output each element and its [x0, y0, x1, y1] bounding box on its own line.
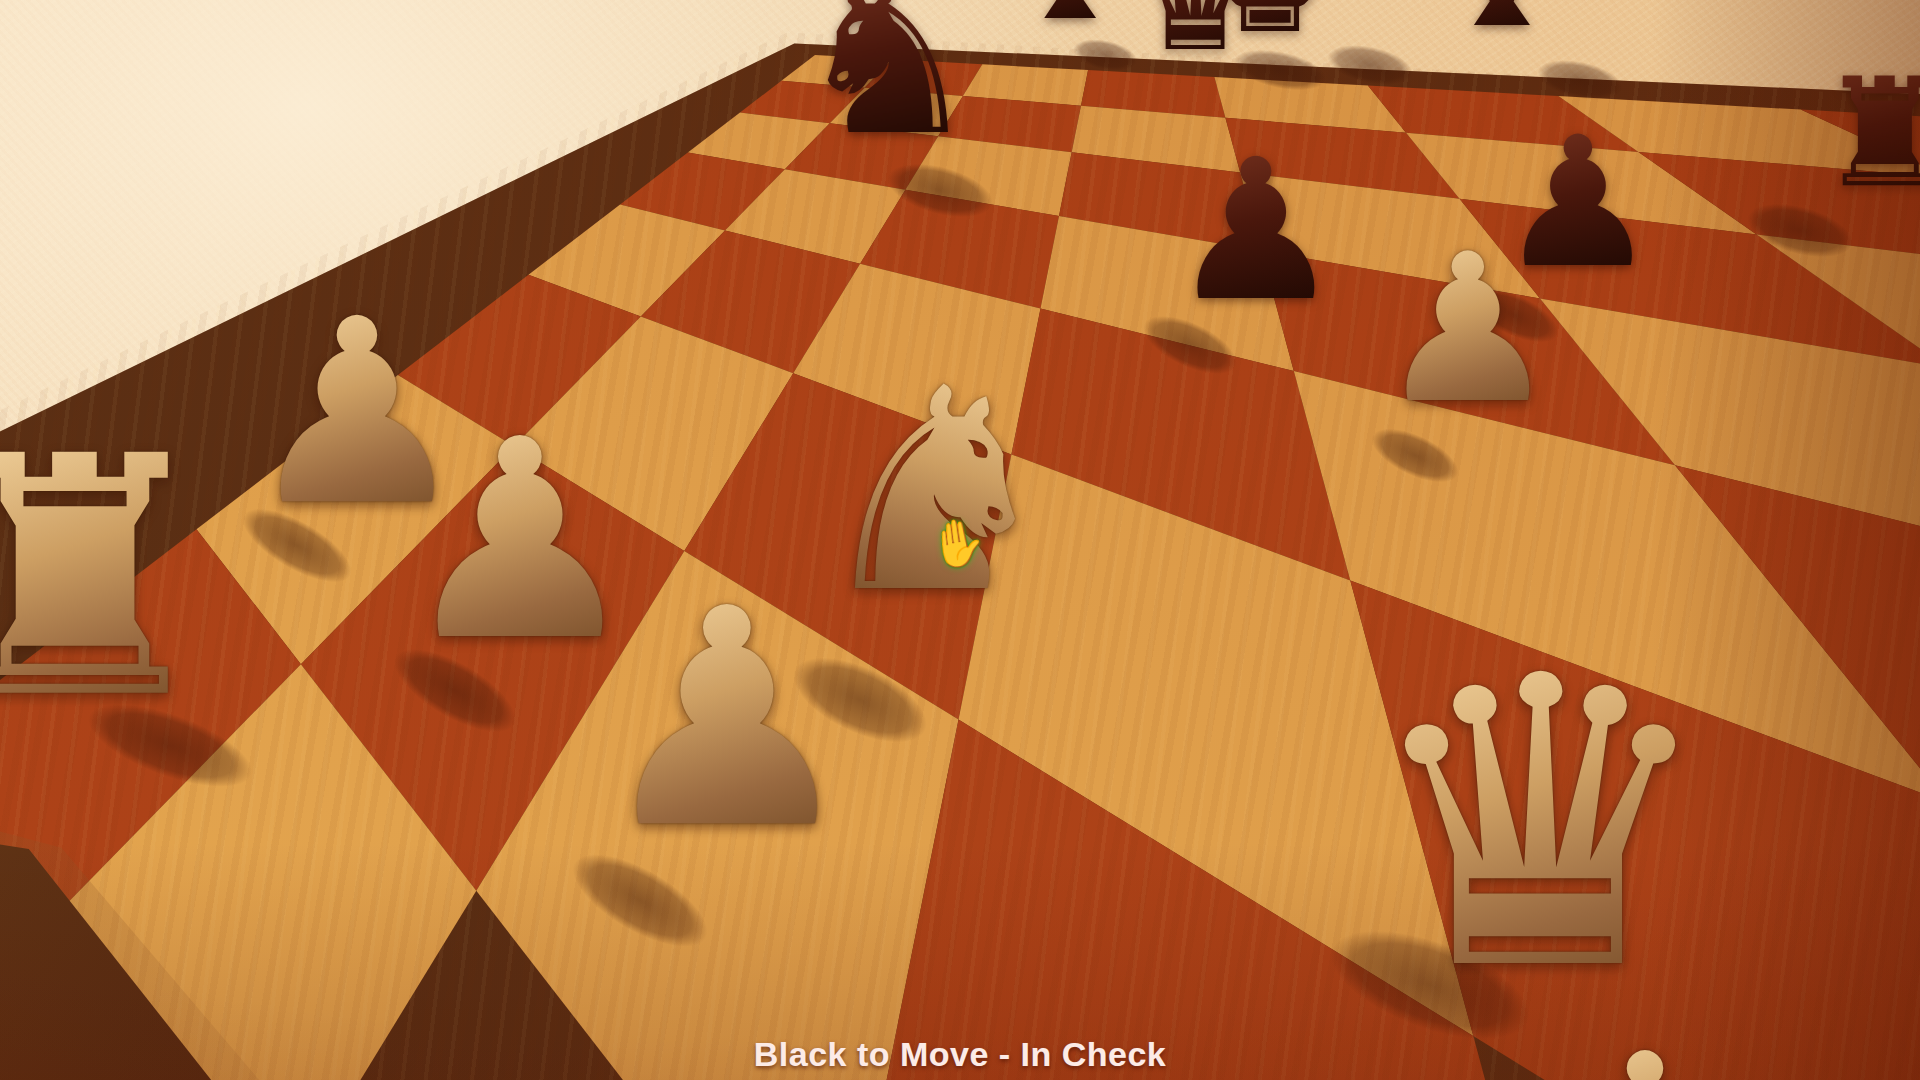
piece-white-queen-e3[interactable]: ♛: [1361, 625, 1720, 1025]
game-screen: ♜♟♟♟♞♟♛♟♟♟♞♝♛♚♝♜ ✋ Black to Move - In Ch…: [0, 0, 1920, 1080]
status-text: Black to Move - In Check: [754, 1035, 1167, 1073]
piece-white-pawn-g4[interactable]: ♟: [1376, 227, 1560, 432]
piece-white-pawn-f2[interactable]: ♟: [1542, 1024, 1748, 1080]
piece-black-pawn-c6[interactable]: ♟: [1169, 133, 1344, 328]
piece-white-rook-a1[interactable]: ♜: [0, 414, 223, 744]
piece-black-bishop-f8[interactable]: ♝: [1448, 0, 1556, 44]
piece-white-pawn-c2[interactable]: ♟: [593, 570, 862, 870]
piece-black-rook-h8[interactable]: ♜: [1818, 58, 1920, 208]
piece-black-bishop-c8[interactable]: ♝: [1021, 0, 1120, 35]
status-bar: Black to Move - In Check: [754, 1035, 1167, 1074]
piece-black-knight-b8[interactable]: ♞: [794, 0, 982, 165]
piece-black-king-e8[interactable]: ♚: [1212, 0, 1329, 51]
